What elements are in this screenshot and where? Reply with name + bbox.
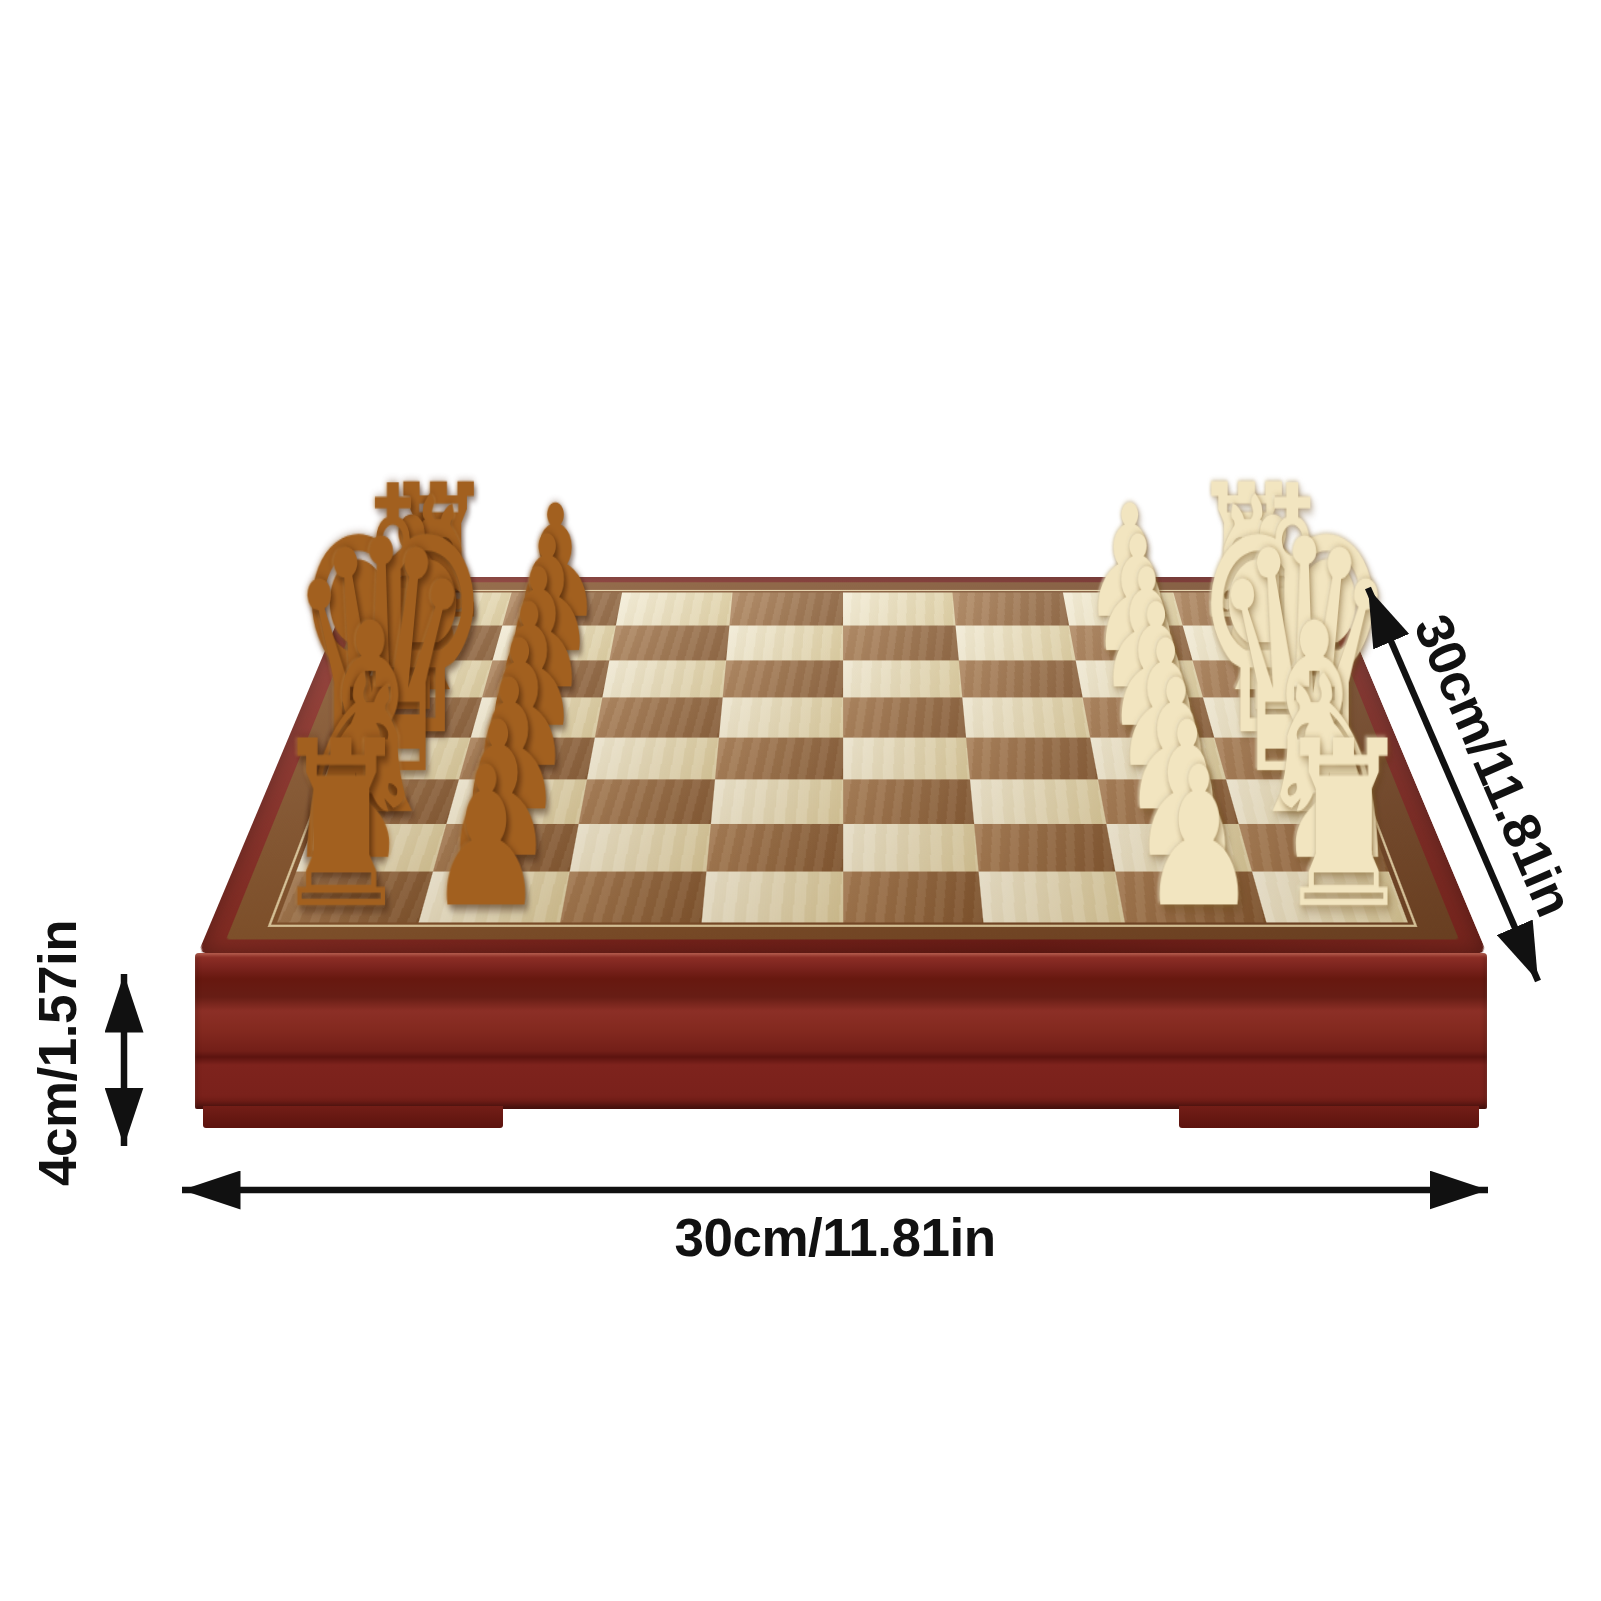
board-square (1076, 661, 1203, 698)
board-square (1252, 871, 1408, 922)
box-foot-right (1179, 1106, 1479, 1128)
board-square (843, 626, 960, 661)
board-square (560, 871, 706, 922)
board-sheen (197, 577, 1487, 955)
board-square (701, 871, 842, 922)
board-square (1226, 779, 1371, 824)
product-photo-canvas: ♜♞♝♚♛♝♞♜♟♟♟♟♟♟♟♟♟♟♟♟♟♟♟♟♜♞♝♚♛♝♞♜ 30cm/11… (0, 0, 1601, 1601)
board-square (1090, 737, 1226, 779)
board-square (975, 824, 1116, 872)
board-top-surface (197, 577, 1487, 955)
board-square (296, 824, 446, 872)
chess-board: ♜♞♝♚♛♝♞♜♟♟♟♟♟♟♟♟♟♟♟♟♟♟♟♟♜♞♝♚♛♝♞♜ (197, 577, 1487, 955)
board-square (843, 824, 980, 872)
board-square (722, 661, 842, 698)
board-square (719, 698, 843, 737)
board-square (376, 626, 503, 661)
board-square (843, 698, 967, 737)
board-square (389, 593, 512, 626)
board-grid (277, 593, 1408, 923)
width-label: 30cm/11.81in (674, 1207, 995, 1268)
board-square (446, 779, 586, 824)
board-square (956, 626, 1076, 661)
board-square (1116, 871, 1267, 922)
board-square (843, 737, 971, 779)
board-square (710, 779, 842, 824)
board-square (1203, 698, 1338, 737)
board-square (459, 737, 595, 779)
board-square (979, 871, 1125, 922)
board-square (609, 626, 729, 661)
board-square (471, 698, 602, 737)
board-square (1063, 593, 1183, 626)
board-square (1183, 626, 1310, 661)
board-square (706, 824, 843, 872)
board-square (314, 779, 459, 824)
board-square (843, 871, 984, 922)
box-front-face (195, 953, 1487, 1109)
board-square (1098, 779, 1238, 824)
board-square (1107, 824, 1253, 872)
board-square (843, 593, 956, 626)
board-square (843, 661, 963, 698)
board-square (347, 698, 482, 737)
board-square (502, 593, 622, 626)
board-square (587, 737, 719, 779)
board-square (492, 626, 615, 661)
board-square (1193, 661, 1324, 698)
board-square (966, 737, 1098, 779)
board-square (729, 593, 842, 626)
board-square (595, 698, 723, 737)
box-foot-left (203, 1106, 503, 1128)
board-square (578, 779, 714, 824)
board-square (1214, 737, 1354, 779)
board-square (1173, 593, 1296, 626)
board-square (277, 871, 433, 922)
board-square (715, 737, 843, 779)
board-square (953, 593, 1070, 626)
board-square (418, 871, 569, 922)
board-square (482, 661, 609, 698)
board-square (433, 824, 579, 872)
board-square (843, 779, 975, 824)
board-square (1069, 626, 1192, 661)
board-maple-inlay (268, 590, 1418, 927)
board-square (362, 661, 493, 698)
board-square (616, 593, 733, 626)
board-square (970, 779, 1106, 824)
height-label: 4cm/1.57in (27, 920, 88, 1186)
board-square (602, 661, 726, 698)
board-square (726, 626, 843, 661)
board-square (569, 824, 710, 872)
board-square (959, 661, 1083, 698)
board-square (1239, 824, 1389, 872)
board-square (1083, 698, 1214, 737)
board-walnut-frame (226, 582, 1459, 939)
board-square (331, 737, 471, 779)
board-square (963, 698, 1091, 737)
